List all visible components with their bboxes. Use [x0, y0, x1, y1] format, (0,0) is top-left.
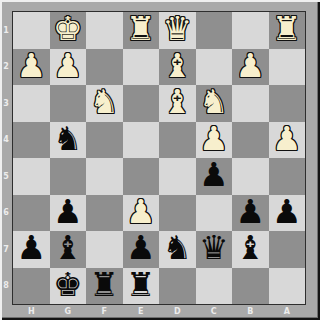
black-pawn-piece[interactable]: ♟ — [53, 195, 83, 231]
file-label-a: A — [269, 305, 306, 318]
square-f4[interactable] — [86, 122, 123, 159]
black-bishop-piece[interactable]: ♝ — [53, 231, 83, 267]
square-f2[interactable] — [86, 49, 123, 86]
white-knight-piece[interactable]: ♞ — [199, 85, 229, 121]
square-h8[interactable] — [13, 268, 50, 305]
square-e3[interactable] — [123, 85, 160, 122]
square-g1[interactable]: ♚ — [50, 12, 87, 49]
square-g3[interactable] — [50, 85, 87, 122]
square-c2[interactable] — [196, 49, 233, 86]
white-pawn-piece[interactable]: ♟ — [235, 49, 265, 85]
square-g2[interactable]: ♟ — [50, 49, 87, 86]
square-b7[interactable]: ♝ — [232, 231, 269, 268]
black-knight-piece[interactable]: ♞ — [162, 231, 192, 267]
square-h7[interactable]: ♟ — [13, 231, 50, 268]
rank-label-4: 4 — [0, 122, 12, 159]
square-c4[interactable]: ♟ — [196, 122, 233, 159]
square-a2[interactable] — [269, 49, 306, 86]
white-bishop-piece[interactable]: ♝ — [162, 49, 192, 85]
rank-label-6: 6 — [0, 195, 12, 232]
square-a4[interactable]: ♟ — [269, 122, 306, 159]
chess-diagram-panel: 12345678 ♚♜♛♜♟♟♝♟♞♝♞♞♟♟♟♟♟♟♟♟♝♟♞♛♝♚♜♜ HG… — [0, 0, 320, 320]
square-e8[interactable]: ♜ — [123, 268, 160, 305]
white-queen-piece[interactable]: ♛ — [162, 12, 192, 48]
square-a1[interactable]: ♜ — [269, 12, 306, 49]
black-knight-piece[interactable]: ♞ — [53, 122, 83, 158]
rank-label-5: 5 — [0, 158, 12, 195]
square-d8[interactable] — [159, 268, 196, 305]
square-b8[interactable] — [232, 268, 269, 305]
square-g4[interactable]: ♞ — [50, 122, 87, 159]
white-pawn-piece[interactable]: ♟ — [272, 122, 302, 158]
rank-labels: 12345678 — [0, 12, 12, 304]
square-e5[interactable] — [123, 158, 160, 195]
white-knight-piece[interactable]: ♞ — [89, 85, 119, 121]
square-b1[interactable] — [232, 12, 269, 49]
square-d4[interactable] — [159, 122, 196, 159]
chess-board: ♚♜♛♜♟♟♝♟♞♝♞♞♟♟♟♟♟♟♟♟♝♟♞♛♝♚♜♜ — [12, 11, 306, 305]
black-rook-piece[interactable]: ♜ — [89, 268, 119, 304]
square-d7[interactable]: ♞ — [159, 231, 196, 268]
square-g8[interactable]: ♚ — [50, 268, 87, 305]
square-c5[interactable]: ♟ — [196, 158, 233, 195]
square-a5[interactable] — [269, 158, 306, 195]
rank-label-8: 8 — [0, 268, 12, 305]
square-h5[interactable] — [13, 158, 50, 195]
white-pawn-piece[interactable]: ♟ — [53, 49, 83, 85]
file-label-e: E — [123, 305, 160, 318]
square-d5[interactable] — [159, 158, 196, 195]
square-a3[interactable] — [269, 85, 306, 122]
file-label-b: B — [232, 305, 269, 318]
square-e4[interactable] — [123, 122, 160, 159]
black-pawn-piece[interactable]: ♟ — [235, 195, 265, 231]
square-h2[interactable]: ♟ — [13, 49, 50, 86]
black-king-piece[interactable]: ♚ — [53, 268, 83, 304]
square-a7[interactable] — [269, 231, 306, 268]
square-h4[interactable] — [13, 122, 50, 159]
white-king-piece[interactable]: ♚ — [53, 12, 83, 48]
black-pawn-piece[interactable]: ♟ — [199, 158, 229, 194]
file-label-f: F — [86, 305, 123, 318]
square-b5[interactable] — [232, 158, 269, 195]
file-label-g: G — [50, 305, 87, 318]
black-queen-piece[interactable]: ♛ — [199, 231, 229, 267]
rank-label-3: 3 — [0, 85, 12, 122]
white-rook-piece[interactable]: ♜ — [272, 12, 302, 48]
square-b6[interactable]: ♟ — [232, 195, 269, 232]
black-rook-piece[interactable]: ♜ — [126, 268, 156, 304]
square-f7[interactable] — [86, 231, 123, 268]
rank-label-1: 1 — [0, 12, 12, 49]
square-b4[interactable] — [232, 122, 269, 159]
square-f5[interactable] — [86, 158, 123, 195]
black-pawn-piece[interactable]: ♟ — [126, 231, 156, 267]
square-a8[interactable] — [269, 268, 306, 305]
square-c6[interactable] — [196, 195, 233, 232]
square-e1[interactable]: ♜ — [123, 12, 160, 49]
black-pawn-piece[interactable]: ♟ — [272, 195, 302, 231]
square-f6[interactable] — [86, 195, 123, 232]
square-c8[interactable] — [196, 268, 233, 305]
square-f1[interactable] — [86, 12, 123, 49]
square-e7[interactable]: ♟ — [123, 231, 160, 268]
black-pawn-piece[interactable]: ♟ — [16, 231, 46, 267]
white-bishop-piece[interactable]: ♝ — [162, 85, 192, 121]
white-pawn-piece[interactable]: ♟ — [126, 195, 156, 231]
square-g6[interactable]: ♟ — [50, 195, 87, 232]
square-c7[interactable]: ♛ — [196, 231, 233, 268]
square-h1[interactable] — [13, 12, 50, 49]
white-pawn-piece[interactable]: ♟ — [16, 49, 46, 85]
file-label-h: H — [13, 305, 50, 318]
square-e6[interactable]: ♟ — [123, 195, 160, 232]
square-f3[interactable]: ♞ — [86, 85, 123, 122]
white-rook-piece[interactable]: ♜ — [126, 12, 156, 48]
square-c1[interactable] — [196, 12, 233, 49]
square-c3[interactable]: ♞ — [196, 85, 233, 122]
square-d6[interactable] — [159, 195, 196, 232]
square-d1[interactable]: ♛ — [159, 12, 196, 49]
rank-label-7: 7 — [0, 231, 12, 268]
file-label-c: C — [196, 305, 233, 318]
square-a6[interactable]: ♟ — [269, 195, 306, 232]
square-b3[interactable] — [232, 85, 269, 122]
square-b2[interactable]: ♟ — [232, 49, 269, 86]
square-h6[interactable] — [13, 195, 50, 232]
square-e2[interactable] — [123, 49, 160, 86]
square-g7[interactable]: ♝ — [50, 231, 87, 268]
rank-label-2: 2 — [0, 49, 12, 86]
file-label-d: D — [159, 305, 196, 318]
square-d2[interactable]: ♝ — [159, 49, 196, 86]
file-labels: HGFEDCBA — [13, 305, 305, 318]
square-d3[interactable]: ♝ — [159, 85, 196, 122]
square-f8[interactable]: ♜ — [86, 268, 123, 305]
square-h3[interactable] — [13, 85, 50, 122]
square-g5[interactable] — [50, 158, 87, 195]
black-bishop-piece[interactable]: ♝ — [235, 231, 265, 267]
white-pawn-piece[interactable]: ♟ — [199, 122, 229, 158]
